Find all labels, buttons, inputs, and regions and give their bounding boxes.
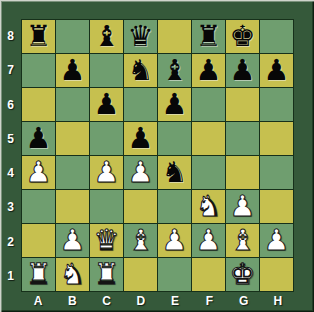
square-e6[interactable]: ♟ <box>158 88 191 121</box>
square-h1[interactable] <box>260 258 293 291</box>
square-d4[interactable]: ♟ <box>124 156 157 189</box>
square-a3[interactable] <box>22 190 55 223</box>
square-d6[interactable] <box>124 88 157 121</box>
square-h7[interactable]: ♟ <box>260 54 293 87</box>
file-label-e: E <box>158 293 192 310</box>
piece-white-knight[interactable]: ♞ <box>60 258 86 291</box>
square-c1[interactable]: ♜ <box>90 258 123 291</box>
file-label-f: F <box>192 293 226 310</box>
square-b3[interactable] <box>56 190 89 223</box>
piece-black-pawn[interactable]: ♟ <box>94 88 120 121</box>
square-c3[interactable] <box>90 190 123 223</box>
square-g1[interactable]: ♚ <box>226 258 259 291</box>
rank-label-1: 1 <box>0 259 21 293</box>
square-c7[interactable] <box>90 54 123 87</box>
piece-white-bishop[interactable]: ♝ <box>128 224 154 257</box>
piece-black-pawn[interactable]: ♟ <box>26 122 52 155</box>
piece-black-pawn[interactable]: ♟ <box>60 54 86 87</box>
piece-white-king[interactable]: ♚ <box>230 258 256 291</box>
square-f2[interactable]: ♟ <box>192 224 225 257</box>
file-label-b: B <box>55 293 89 310</box>
rank-label-2: 2 <box>0 225 21 259</box>
square-d5[interactable]: ♟ <box>124 122 157 155</box>
square-a4[interactable]: ♟ <box>22 156 55 189</box>
square-g3[interactable]: ♟ <box>226 190 259 223</box>
piece-white-pawn[interactable]: ♟ <box>264 224 290 257</box>
square-g4[interactable] <box>226 156 259 189</box>
file-label-g: G <box>227 293 261 310</box>
square-c4[interactable]: ♟ <box>90 156 123 189</box>
rank-label-7: 7 <box>0 53 21 87</box>
chess-board[interactable]: ♜♝♛♜♚♟♞♝♟♟♟♟♟♟♟♟♟♟♞♞♟♟♛♝♟♟♝♟♜♞♜♚ <box>21 19 294 292</box>
square-a2[interactable] <box>22 224 55 257</box>
square-b7[interactable]: ♟ <box>56 54 89 87</box>
rank-label-5: 5 <box>0 122 21 156</box>
rank-labels: 87654321 <box>0 19 21 293</box>
piece-black-bishop[interactable]: ♝ <box>162 54 188 87</box>
file-label-a: A <box>21 293 55 310</box>
square-a1[interactable]: ♜ <box>22 258 55 291</box>
piece-black-knight[interactable]: ♞ <box>128 54 154 87</box>
piece-white-knight[interactable]: ♞ <box>196 190 222 223</box>
rank-label-4: 4 <box>0 156 21 190</box>
rank-label-3: 3 <box>0 190 21 224</box>
square-e8[interactable] <box>158 20 191 53</box>
piece-black-bishop[interactable]: ♝ <box>94 20 120 53</box>
square-a5[interactable]: ♟ <box>22 122 55 155</box>
square-h8[interactable] <box>260 20 293 53</box>
piece-white-pawn[interactable]: ♟ <box>26 156 52 189</box>
square-h6[interactable] <box>260 88 293 121</box>
square-f1[interactable] <box>192 258 225 291</box>
square-e2[interactable]: ♟ <box>158 224 191 257</box>
square-f3[interactable]: ♞ <box>192 190 225 223</box>
piece-white-rook[interactable]: ♜ <box>26 258 52 291</box>
square-e7[interactable]: ♝ <box>158 54 191 87</box>
square-e3[interactable] <box>158 190 191 223</box>
square-b1[interactable]: ♞ <box>56 258 89 291</box>
square-c5[interactable] <box>90 122 123 155</box>
square-f8[interactable]: ♜ <box>192 20 225 53</box>
square-f7[interactable]: ♟ <box>192 54 225 87</box>
piece-white-bishop[interactable]: ♝ <box>230 224 256 257</box>
piece-black-pawn[interactable]: ♟ <box>264 54 290 87</box>
square-h4[interactable] <box>260 156 293 189</box>
piece-white-queen[interactable]: ♛ <box>94 224 120 257</box>
square-h5[interactable] <box>260 122 293 155</box>
square-b6[interactable] <box>56 88 89 121</box>
square-b5[interactable] <box>56 122 89 155</box>
piece-black-pawn[interactable]: ♟ <box>162 88 188 121</box>
piece-black-knight[interactable]: ♞ <box>162 156 188 189</box>
square-d7[interactable]: ♞ <box>124 54 157 87</box>
square-a6[interactable] <box>22 88 55 121</box>
rank-label-8: 8 <box>0 19 21 53</box>
piece-white-rook[interactable]: ♜ <box>94 258 120 291</box>
square-f6[interactable] <box>192 88 225 121</box>
piece-white-pawn[interactable]: ♟ <box>94 156 120 189</box>
file-labels: ABCDEFGH <box>21 293 295 310</box>
square-g8[interactable]: ♚ <box>226 20 259 53</box>
square-c8[interactable]: ♝ <box>90 20 123 53</box>
piece-black-rook[interactable]: ♜ <box>196 20 222 53</box>
piece-white-pawn[interactable]: ♟ <box>128 156 154 189</box>
square-b8[interactable] <box>56 20 89 53</box>
square-d3[interactable] <box>124 190 157 223</box>
piece-black-rook[interactable]: ♜ <box>26 20 52 53</box>
square-c6[interactable]: ♟ <box>90 88 123 121</box>
chess-board-window: 87654321 ♜♝♛♜♚♟♞♝♟♟♟♟♟♟♟♟♟♟♞♞♟♟♛♝♟♟♝♟♜♞♜… <box>0 0 314 312</box>
file-label-d: D <box>124 293 158 310</box>
square-a7[interactable] <box>22 54 55 87</box>
square-h2[interactable]: ♟ <box>260 224 293 257</box>
square-c2[interactable]: ♛ <box>90 224 123 257</box>
square-g2[interactable]: ♝ <box>226 224 259 257</box>
piece-white-pawn[interactable]: ♟ <box>230 190 256 223</box>
square-h3[interactable] <box>260 190 293 223</box>
square-g5[interactable] <box>226 122 259 155</box>
square-b2[interactable]: ♟ <box>56 224 89 257</box>
piece-black-pawn[interactable]: ♟ <box>230 54 256 87</box>
piece-white-pawn[interactable]: ♟ <box>196 224 222 257</box>
square-e1[interactable] <box>158 258 191 291</box>
piece-black-pawn[interactable]: ♟ <box>128 122 154 155</box>
piece-black-king[interactable]: ♚ <box>230 20 256 53</box>
square-f5[interactable] <box>192 122 225 155</box>
square-f4[interactable] <box>192 156 225 189</box>
piece-black-pawn[interactable]: ♟ <box>196 54 222 87</box>
piece-white-pawn[interactable]: ♟ <box>60 224 86 257</box>
square-e5[interactable] <box>158 122 191 155</box>
square-d8[interactable]: ♛ <box>124 20 157 53</box>
square-d2[interactable]: ♝ <box>124 224 157 257</box>
square-a8[interactable]: ♜ <box>22 20 55 53</box>
piece-white-pawn[interactable]: ♟ <box>162 224 188 257</box>
piece-black-queen[interactable]: ♛ <box>128 20 154 53</box>
file-label-c: C <box>90 293 124 310</box>
square-d1[interactable] <box>124 258 157 291</box>
rank-label-6: 6 <box>0 88 21 122</box>
square-g7[interactable]: ♟ <box>226 54 259 87</box>
square-g6[interactable] <box>226 88 259 121</box>
file-label-h: H <box>261 293 295 310</box>
square-e4[interactable]: ♞ <box>158 156 191 189</box>
square-b4[interactable] <box>56 156 89 189</box>
